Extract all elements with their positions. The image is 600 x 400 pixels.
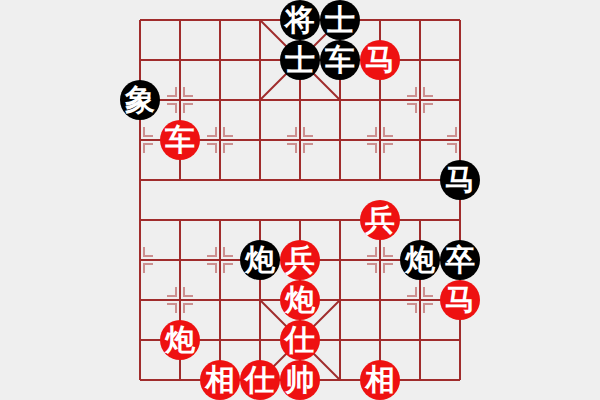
black-chariot[interactable]: 车 — [320, 40, 360, 80]
piece-glyph: 相 — [365, 360, 395, 400]
piece-glyph: 象 — [125, 80, 155, 120]
piece-glyph: 仕 — [245, 360, 275, 400]
piece-glyph: 马 — [365, 40, 395, 80]
red-advisor[interactable]: 仕 — [240, 360, 280, 400]
red-cannon[interactable]: 炮 — [280, 280, 320, 320]
xiangqi-board-screen: 将士士车马象车马兵炮兵炮卒炮马炮仕相仕帅相 — [0, 0, 600, 400]
black-general[interactable]: 将 — [280, 0, 320, 40]
piece-glyph: 将 — [285, 0, 315, 40]
black-elephant[interactable]: 象 — [120, 80, 160, 120]
piece-glyph: 帅 — [285, 360, 315, 400]
black-soldier[interactable]: 卒 — [440, 240, 480, 280]
piece-glyph: 炮 — [165, 320, 195, 360]
piece-glyph: 马 — [445, 280, 475, 320]
piece-glyph: 相 — [205, 360, 235, 400]
piece-glyph: 卒 — [445, 240, 475, 280]
red-chariot[interactable]: 车 — [160, 120, 200, 160]
red-soldier[interactable]: 兵 — [360, 200, 400, 240]
black-cannon[interactable]: 炮 — [400, 240, 440, 280]
red-elephant[interactable]: 相 — [200, 360, 240, 400]
piece-glyph: 炮 — [245, 240, 275, 280]
red-general[interactable]: 帅 — [280, 360, 320, 400]
piece-glyph: 车 — [325, 40, 355, 80]
piece-glyph: 炮 — [285, 280, 315, 320]
red-cannon[interactable]: 炮 — [160, 320, 200, 360]
piece-glyph: 仕 — [285, 320, 315, 360]
piece-glyph: 兵 — [285, 240, 315, 280]
piece-glyph: 炮 — [405, 240, 435, 280]
black-advisor[interactable]: 士 — [280, 40, 320, 80]
red-elephant[interactable]: 相 — [360, 360, 400, 400]
red-horse[interactable]: 马 — [440, 280, 480, 320]
piece-glyph: 士 — [325, 0, 355, 40]
piece-glyph: 车 — [165, 120, 195, 160]
red-soldier[interactable]: 兵 — [280, 240, 320, 280]
black-horse[interactable]: 马 — [440, 160, 480, 200]
piece-glyph: 马 — [445, 160, 475, 200]
pieces-layer: 将士士车马象车马兵炮兵炮卒炮马炮仕相仕帅相 — [0, 0, 600, 400]
piece-glyph: 兵 — [365, 200, 395, 240]
black-cannon[interactable]: 炮 — [240, 240, 280, 280]
black-advisor[interactable]: 士 — [320, 0, 360, 40]
red-advisor[interactable]: 仕 — [280, 320, 320, 360]
piece-glyph: 士 — [285, 40, 315, 80]
red-horse[interactable]: 马 — [360, 40, 400, 80]
